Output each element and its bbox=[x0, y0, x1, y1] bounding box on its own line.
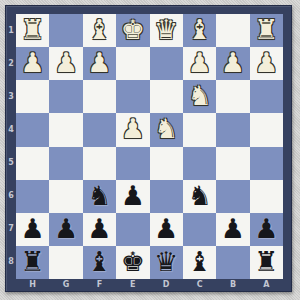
square-c4[interactable] bbox=[183, 113, 216, 146]
file-label-c: C bbox=[183, 279, 216, 291]
square-g1[interactable] bbox=[49, 14, 82, 47]
square-h5[interactable] bbox=[16, 147, 49, 180]
square-f6[interactable]: ♞ bbox=[83, 180, 116, 213]
square-e7[interactable] bbox=[116, 213, 149, 246]
square-d5[interactable] bbox=[150, 147, 183, 180]
rank-label-3: 3 bbox=[6, 80, 16, 113]
file-label-g: G bbox=[49, 279, 82, 291]
file-label-h: H bbox=[16, 279, 49, 291]
square-h1[interactable]: ♜ bbox=[16, 14, 49, 47]
black-pawn[interactable]: ♟ bbox=[221, 215, 245, 242]
rank-label-7: 7 bbox=[6, 213, 16, 246]
white-pawn[interactable]: ♟ bbox=[121, 115, 145, 142]
chessboard-frame: 12345678 ♜♝♚♛♝♜♟♟♟♟♟♟♞♟♞♞♟♞♟♟♟♟♟♟♜♝♚♛♝♜ … bbox=[5, 5, 292, 292]
square-b8[interactable] bbox=[216, 246, 249, 279]
square-b5[interactable] bbox=[216, 147, 249, 180]
white-pawn[interactable]: ♟ bbox=[87, 49, 111, 76]
square-b4[interactable] bbox=[216, 113, 249, 146]
square-a8[interactable]: ♜ bbox=[250, 246, 283, 279]
white-bishop[interactable]: ♝ bbox=[187, 16, 211, 43]
square-e5[interactable] bbox=[116, 147, 149, 180]
square-e4[interactable]: ♟ bbox=[116, 113, 149, 146]
white-pawn[interactable]: ♟ bbox=[54, 49, 78, 76]
square-d4[interactable]: ♞ bbox=[150, 113, 183, 146]
page-background: 12345678 ♜♝♚♛♝♜♟♟♟♟♟♟♞♟♞♞♟♞♟♟♟♟♟♟♜♝♚♛♝♜ … bbox=[0, 0, 300, 300]
square-a6[interactable] bbox=[250, 180, 283, 213]
white-bishop[interactable]: ♝ bbox=[87, 16, 111, 43]
black-queen[interactable]: ♛ bbox=[154, 248, 178, 275]
white-rook[interactable]: ♜ bbox=[21, 16, 45, 43]
square-h4[interactable] bbox=[16, 113, 49, 146]
black-pawn[interactable]: ♟ bbox=[21, 215, 45, 242]
square-c7[interactable] bbox=[183, 213, 216, 246]
square-h6[interactable] bbox=[16, 180, 49, 213]
square-b1[interactable] bbox=[216, 14, 249, 47]
black-king[interactable]: ♚ bbox=[121, 248, 145, 275]
square-h7[interactable]: ♟ bbox=[16, 213, 49, 246]
square-c2[interactable]: ♟ bbox=[183, 47, 216, 80]
black-pawn[interactable]: ♟ bbox=[87, 215, 111, 242]
file-label-d: D bbox=[150, 279, 183, 291]
file-label-e: E bbox=[116, 279, 149, 291]
square-d7[interactable]: ♟ bbox=[150, 213, 183, 246]
square-f1[interactable]: ♝ bbox=[83, 14, 116, 47]
square-b2[interactable]: ♟ bbox=[216, 47, 249, 80]
white-pawn[interactable]: ♟ bbox=[221, 49, 245, 76]
white-queen[interactable]: ♛ bbox=[154, 16, 178, 43]
white-knight[interactable]: ♞ bbox=[187, 82, 211, 109]
square-d1[interactable]: ♛ bbox=[150, 14, 183, 47]
rank-label-6: 6 bbox=[6, 180, 16, 213]
square-f5[interactable] bbox=[83, 147, 116, 180]
black-pawn[interactable]: ♟ bbox=[121, 182, 145, 209]
file-label-f: F bbox=[83, 279, 116, 291]
square-e2[interactable] bbox=[116, 47, 149, 80]
white-rook[interactable]: ♜ bbox=[254, 16, 278, 43]
square-f3[interactable] bbox=[83, 80, 116, 113]
rank-labels: 12345678 bbox=[6, 14, 16, 279]
square-a7[interactable]: ♟ bbox=[250, 213, 283, 246]
square-b7[interactable]: ♟ bbox=[216, 213, 249, 246]
black-rook[interactable]: ♜ bbox=[21, 248, 45, 275]
square-e6[interactable]: ♟ bbox=[116, 180, 149, 213]
white-knight[interactable]: ♞ bbox=[154, 115, 178, 142]
square-f2[interactable]: ♟ bbox=[83, 47, 116, 80]
chessboard[interactable]: ♜♝♚♛♝♜♟♟♟♟♟♟♞♟♞♞♟♞♟♟♟♟♟♟♜♝♚♛♝♜ bbox=[16, 14, 283, 279]
square-h8[interactable]: ♜ bbox=[16, 246, 49, 279]
square-e8[interactable]: ♚ bbox=[116, 246, 149, 279]
black-bishop[interactable]: ♝ bbox=[87, 248, 111, 275]
square-a1[interactable]: ♜ bbox=[250, 14, 283, 47]
square-g2[interactable]: ♟ bbox=[49, 47, 82, 80]
square-a3[interactable] bbox=[250, 80, 283, 113]
rank-label-4: 4 bbox=[6, 113, 16, 146]
rank-label-8: 8 bbox=[6, 246, 16, 279]
square-f8[interactable]: ♝ bbox=[83, 246, 116, 279]
black-pawn[interactable]: ♟ bbox=[154, 215, 178, 242]
square-g8[interactable] bbox=[49, 246, 82, 279]
square-a5[interactable] bbox=[250, 147, 283, 180]
rank-label-2: 2 bbox=[6, 47, 16, 80]
square-a4[interactable] bbox=[250, 113, 283, 146]
square-g6[interactable] bbox=[49, 180, 82, 213]
white-king[interactable]: ♚ bbox=[121, 16, 145, 43]
square-c5[interactable] bbox=[183, 147, 216, 180]
square-c3[interactable]: ♞ bbox=[183, 80, 216, 113]
white-pawn[interactable]: ♟ bbox=[187, 49, 211, 76]
square-h2[interactable]: ♟ bbox=[16, 47, 49, 80]
black-pawn[interactable]: ♟ bbox=[54, 215, 78, 242]
black-pawn[interactable]: ♟ bbox=[254, 215, 278, 242]
black-rook[interactable]: ♜ bbox=[254, 248, 278, 275]
square-c1[interactable]: ♝ bbox=[183, 14, 216, 47]
file-labels: HGFEDCBA bbox=[16, 279, 283, 291]
rank-label-5: 5 bbox=[6, 147, 16, 180]
square-b6[interactable] bbox=[216, 180, 249, 213]
white-pawn[interactable]: ♟ bbox=[21, 49, 45, 76]
square-d3[interactable] bbox=[150, 80, 183, 113]
black-knight[interactable]: ♞ bbox=[87, 182, 111, 209]
square-a2[interactable]: ♟ bbox=[250, 47, 283, 80]
square-f7[interactable]: ♟ bbox=[83, 213, 116, 246]
square-c8[interactable]: ♝ bbox=[183, 246, 216, 279]
square-f4[interactable] bbox=[83, 113, 116, 146]
file-label-a: A bbox=[250, 279, 283, 291]
square-d8[interactable]: ♛ bbox=[150, 246, 183, 279]
square-g7[interactable]: ♟ bbox=[49, 213, 82, 246]
rank-label-1: 1 bbox=[6, 14, 16, 47]
square-b3[interactable] bbox=[216, 80, 249, 113]
white-pawn[interactable]: ♟ bbox=[254, 49, 278, 76]
black-knight[interactable]: ♞ bbox=[187, 182, 211, 209]
square-e1[interactable]: ♚ bbox=[116, 14, 149, 47]
square-h3[interactable] bbox=[16, 80, 49, 113]
square-g3[interactable] bbox=[49, 80, 82, 113]
square-d2[interactable] bbox=[150, 47, 183, 80]
square-e3[interactable] bbox=[116, 80, 149, 113]
file-label-b: B bbox=[216, 279, 249, 291]
black-bishop[interactable]: ♝ bbox=[187, 248, 211, 275]
square-g4[interactable] bbox=[49, 113, 82, 146]
square-c6[interactable]: ♞ bbox=[183, 180, 216, 213]
square-d6[interactable] bbox=[150, 180, 183, 213]
square-g5[interactable] bbox=[49, 147, 82, 180]
